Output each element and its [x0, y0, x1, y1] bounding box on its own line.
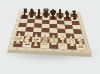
chess-set-photo: abcdefgh12345678 ♜♞♝♛♚♝♞♜♟♟♟♟♟♟♟♟♟♟♟♟♟♟♟… — [0, 0, 100, 74]
piece-black-pawn-a7[interactable]: ♟ — [22, 13, 27, 19]
piece-white-knight-b1[interactable]: ♞ — [23, 37, 32, 47]
piece-white-bishop-f1[interactable]: ♝ — [58, 38, 67, 48]
piece-black-pawn-b7[interactable]: ♟ — [29, 13, 34, 19]
piece-black-pawn-c7[interactable]: ♟ — [36, 13, 41, 19]
piece-black-pawn-g7[interactable]: ♟ — [65, 14, 70, 20]
piece-white-rook-h1[interactable]: ♜ — [77, 40, 85, 49]
pieces-layer: ♜♞♝♛♚♝♞♜♟♟♟♟♟♟♟♟♟♟♟♟♟♟♟♟♜♞♝♛♚♝♞♜ — [0, 0, 100, 74]
piece-white-rook-a1[interactable]: ♜ — [14, 37, 22, 46]
piece-black-pawn-e7[interactable]: ♟ — [51, 14, 56, 20]
piece-black-pawn-f7[interactable]: ♟ — [58, 14, 63, 20]
piece-black-pawn-h7[interactable]: ♟ — [72, 15, 77, 21]
piece-black-pawn-d7[interactable]: ♟ — [43, 14, 48, 20]
piece-white-knight-g1[interactable]: ♞ — [67, 39, 76, 49]
